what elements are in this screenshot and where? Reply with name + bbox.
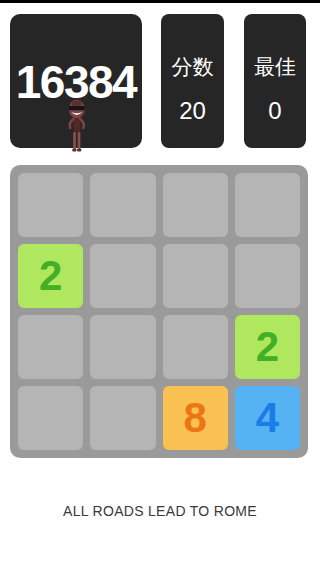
best-panel: 最佳 0	[244, 14, 306, 148]
game-board[interactable]: 2284	[10, 165, 308, 458]
tile-2: 2	[18, 244, 83, 308]
score-panel: 分数 20	[161, 14, 224, 148]
score-label: 分数	[172, 56, 214, 77]
board-cell-empty	[18, 173, 83, 237]
board-cell-empty	[90, 244, 155, 308]
board-cell-empty	[90, 386, 155, 450]
tile-8: 8	[163, 386, 228, 450]
board-cell-empty	[18, 315, 83, 379]
tile-2: 2	[235, 315, 300, 379]
app-screen: 16384 分数 20 最佳 0 2284 ALL	[0, 0, 320, 569]
score-value: 20	[179, 99, 206, 123]
board-cell-empty	[90, 315, 155, 379]
board-cell-empty	[235, 244, 300, 308]
board-cell-empty	[163, 173, 228, 237]
board-cell-empty	[235, 173, 300, 237]
best-label: 最佳	[254, 56, 296, 77]
top-status-strip	[0, 0, 320, 3]
title-tile-panel: 16384	[10, 14, 142, 148]
tile-4: 4	[235, 386, 300, 450]
mascot-sprite-icon	[64, 99, 90, 153]
board-cell-empty	[18, 386, 83, 450]
board-cell-empty	[90, 173, 155, 237]
best-value: 0	[268, 99, 281, 123]
footer-motto: ALL ROADS LEAD TO ROME	[0, 503, 320, 519]
board-cell-empty	[163, 244, 228, 308]
board-cell-empty	[163, 315, 228, 379]
